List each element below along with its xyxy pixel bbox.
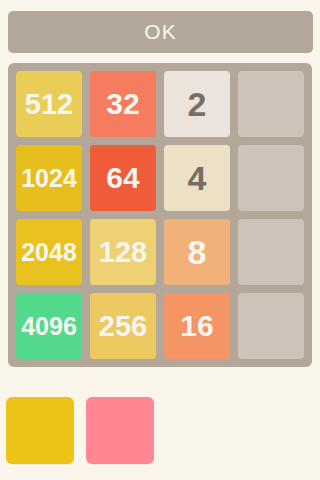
tile-1024: 1024 bbox=[16, 145, 82, 211]
empty-cell-r2c4 bbox=[238, 145, 304, 211]
tile-2048: 2048 bbox=[16, 219, 82, 285]
tile-128: 128 bbox=[90, 219, 156, 285]
tile-8: 8 bbox=[164, 219, 230, 285]
2048-board[interactable]: 512322102464420481288409625616 bbox=[8, 63, 312, 367]
empty-cell-r3c4 bbox=[238, 219, 304, 285]
pink-color-swatch[interactable] bbox=[86, 397, 154, 464]
tile-4: 4 bbox=[164, 145, 230, 211]
tile-64: 64 bbox=[90, 145, 156, 211]
empty-cell-r4c4 bbox=[238, 293, 304, 359]
tile-32: 32 bbox=[90, 71, 156, 137]
tile-16: 16 bbox=[164, 293, 230, 359]
tile-2: 2 bbox=[164, 71, 230, 137]
ok-button[interactable]: OK bbox=[8, 11, 313, 53]
tile-512: 512 bbox=[16, 71, 82, 137]
tile-4096: 4096 bbox=[16, 293, 82, 359]
tile-256: 256 bbox=[90, 293, 156, 359]
ok-button-label: OK bbox=[144, 20, 176, 44]
yellow-color-swatch[interactable] bbox=[6, 397, 74, 464]
empty-cell-r1c4 bbox=[238, 71, 304, 137]
